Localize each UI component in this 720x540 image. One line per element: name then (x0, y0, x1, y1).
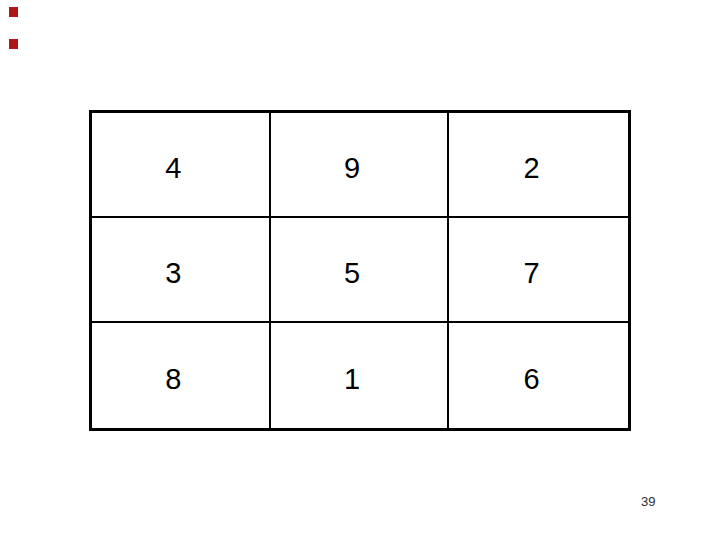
slide-page-number: 39 (641, 495, 655, 508)
cell-r3c3: 6 (449, 323, 628, 428)
cell-r2c2: 5 (271, 218, 450, 323)
cell-r1c3: 2 (449, 113, 628, 218)
cell-r2c3: 7 (449, 218, 628, 323)
cell-r1c2: 9 (271, 113, 450, 218)
cell-r3c1: 8 (92, 323, 271, 428)
red-accent-mark-top (9, 7, 18, 17)
cell-r3c2: 1 (271, 323, 450, 428)
cell-r1c1: 4 (92, 113, 271, 218)
red-accent-mark-bottom (9, 39, 18, 49)
magic-square-grid: 4 9 2 3 5 7 8 1 6 (89, 110, 631, 431)
cell-r2c1: 3 (92, 218, 271, 323)
slide-canvas: 4 9 2 3 5 7 8 1 6 39 (0, 0, 720, 540)
